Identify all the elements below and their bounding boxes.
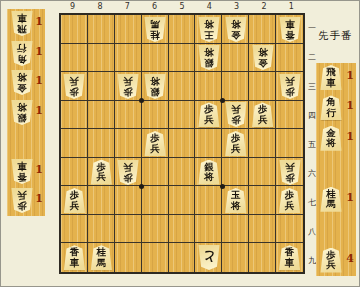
file-label: 3 xyxy=(223,2,250,12)
piece-kanji: 飛 xyxy=(326,67,336,78)
piece-kanji: 香 xyxy=(285,29,295,40)
file-label: 2 xyxy=(251,2,278,12)
piece-kanji: 兵 xyxy=(285,162,295,173)
hand-slot: 角行1 xyxy=(7,39,45,69)
piece-kanji: 馬 xyxy=(326,199,336,210)
hand-slot: 歩兵4 xyxy=(316,246,356,276)
captured-count: 1 xyxy=(35,45,43,58)
piece-3七[interactable]: 玉将 xyxy=(225,188,247,213)
captured-count: 1 xyxy=(346,191,354,204)
piece-kanji: 桂 xyxy=(150,29,160,40)
piece-kanji: 兵 xyxy=(97,172,107,183)
piece-8六[interactable]: 歩兵 xyxy=(90,160,112,185)
piece-kanji: 将 xyxy=(17,72,27,83)
piece-kanji: 兵 xyxy=(258,115,268,126)
piece-kanji: 馬 xyxy=(97,258,107,269)
piece-kanji: 将 xyxy=(258,47,268,58)
rank-label: 二 xyxy=(306,52,318,63)
captured-count: 1 xyxy=(346,99,354,112)
piece-飛車[interactable]: 飛車 xyxy=(320,65,342,90)
piece-kanji: 歩 xyxy=(123,86,133,97)
shogi-board: 桂馬王将金将香車銀将金将歩兵歩兵銀将歩兵歩兵歩兵歩兵歩兵歩兵歩兵歩兵銀将歩兵歩兵… xyxy=(59,13,305,274)
piece-kanji: 兵 xyxy=(285,201,295,212)
piece-4二[interactable]: 銀将 xyxy=(198,45,220,70)
star-point-icon xyxy=(220,98,225,103)
piece-kanji: 兵 xyxy=(231,144,241,155)
piece-kanji: 金 xyxy=(17,83,27,94)
file-label: 6 xyxy=(141,2,168,12)
piece-kanji: 兵 xyxy=(123,162,133,173)
captured-count: 1 xyxy=(35,74,43,87)
hand-slot: 桂馬1 xyxy=(316,185,356,215)
hand-slot: 銀将1 xyxy=(7,98,45,128)
piece-kanji: 車 xyxy=(285,258,295,269)
hand-slot: 飛車1 xyxy=(7,9,45,39)
piece-layer: 桂馬王将金将香車銀将金将歩兵歩兵銀将歩兵歩兵歩兵歩兵歩兵歩兵歩兵歩兵銀将歩兵歩兵… xyxy=(61,15,303,272)
piece-kanji: 将 xyxy=(204,172,214,183)
file-label: 7 xyxy=(114,2,141,12)
piece-2四[interactable]: 歩兵 xyxy=(252,102,274,127)
piece-kanji: 兵 xyxy=(285,76,295,87)
captured-count: 1 xyxy=(35,104,43,117)
piece-kanji: 兵 xyxy=(326,260,336,271)
piece-1六[interactable]: 歩兵 xyxy=(279,160,301,185)
piece-7六[interactable]: 歩兵 xyxy=(117,160,139,185)
piece-4九[interactable]: と xyxy=(198,245,220,270)
piece-3四[interactable]: 歩兵 xyxy=(225,102,247,127)
piece-kanji: 歩 xyxy=(17,201,27,212)
piece-kanji: 馬 xyxy=(150,19,160,30)
piece-kanji: 兵 xyxy=(204,115,214,126)
piece-kanji: 将 xyxy=(326,138,336,149)
piece-kanji: 行 xyxy=(17,43,27,54)
piece-kanji: 行 xyxy=(326,108,336,119)
piece-6五[interactable]: 歩兵 xyxy=(144,131,166,156)
piece-8九[interactable]: 桂馬 xyxy=(90,245,112,270)
piece-kanji: 兵 xyxy=(70,201,80,212)
piece-1一[interactable]: 香車 xyxy=(279,17,301,42)
piece-金将[interactable]: 金将 xyxy=(11,70,33,95)
sente-hand-tray: 飛車1角行1金将1桂馬1歩兵4 xyxy=(316,63,356,276)
piece-香車[interactable]: 香車 xyxy=(11,159,33,184)
piece-kanji: 将 xyxy=(17,102,27,113)
piece-kanji: 将 xyxy=(204,19,214,30)
file-label: 5 xyxy=(169,2,196,12)
captured-count: 1 xyxy=(346,69,354,82)
piece-kanji: 兵 xyxy=(70,76,80,87)
piece-kanji: 歩 xyxy=(285,172,295,183)
piece-7三[interactable]: 歩兵 xyxy=(117,74,139,99)
file-label: 8 xyxy=(87,2,114,12)
hand-slot: 金将1 xyxy=(316,124,356,154)
piece-9三[interactable]: 歩兵 xyxy=(63,74,85,99)
piece-kanji: 兵 xyxy=(150,144,160,155)
hand-slot: 歩兵1 xyxy=(7,186,45,216)
captured-count: 1 xyxy=(35,15,43,28)
gote-hand-tray: 飛車1角行1金将1銀将1香車1歩兵1 xyxy=(7,9,45,216)
piece-3一[interactable]: 金将 xyxy=(225,17,247,42)
piece-kanji: 歩 xyxy=(70,86,80,97)
turn-indicator: 先手番 xyxy=(318,29,353,43)
piece-kanji: 歩 xyxy=(285,86,295,97)
piece-kanji: 将 xyxy=(150,76,160,87)
hand-slot: 金将1 xyxy=(7,68,45,98)
piece-kanji: 歩 xyxy=(231,115,241,126)
shogi-app: 飛車1角行1金将1銀将1香車1歩兵1 987654321 桂馬王将金将香車銀将金… xyxy=(0,0,360,287)
piece-kanji: 金 xyxy=(258,58,268,69)
piece-kanji: 金 xyxy=(231,29,241,40)
piece-kanji: 車 xyxy=(17,161,27,172)
piece-銀将[interactable]: 銀将 xyxy=(11,100,33,125)
piece-kanji: と xyxy=(202,250,215,266)
captured-count: 1 xyxy=(35,163,43,176)
piece-kanji: 兵 xyxy=(123,76,133,87)
piece-kanji: 兵 xyxy=(231,104,241,115)
piece-歩兵[interactable]: 歩兵 xyxy=(320,248,342,273)
star-point-icon xyxy=(139,184,144,189)
piece-9七[interactable]: 歩兵 xyxy=(63,188,85,213)
captured-count: 4 xyxy=(346,252,354,265)
piece-金将[interactable]: 金将 xyxy=(320,126,342,151)
captured-count: 1 xyxy=(346,130,354,143)
hand-slot: 角行1 xyxy=(316,93,356,123)
piece-kanji: 将 xyxy=(204,47,214,58)
piece-kanji: 車 xyxy=(17,13,27,24)
star-point-icon xyxy=(220,184,225,189)
piece-3五[interactable]: 歩兵 xyxy=(225,131,247,156)
piece-kanji: 角 xyxy=(17,53,27,64)
piece-kanji: 香 xyxy=(17,171,27,182)
file-label: 1 xyxy=(278,2,305,12)
piece-kanji: 銀 xyxy=(17,112,27,123)
piece-9九[interactable]: 香車 xyxy=(63,245,85,270)
rank-label: 一 xyxy=(306,23,318,34)
piece-1九[interactable]: 香車 xyxy=(279,245,301,270)
piece-kanji: 飛 xyxy=(17,24,27,35)
piece-飛車[interactable]: 飛車 xyxy=(11,11,33,36)
piece-4一[interactable]: 王将 xyxy=(198,17,220,42)
piece-kanji: 車 xyxy=(285,19,295,30)
piece-1三[interactable]: 歩兵 xyxy=(279,74,301,99)
piece-kanji: 王 xyxy=(204,29,214,40)
piece-4六[interactable]: 銀将 xyxy=(198,160,220,185)
piece-4四[interactable]: 歩兵 xyxy=(198,102,220,127)
piece-角行[interactable]: 角行 xyxy=(11,41,33,66)
piece-6一[interactable]: 桂馬 xyxy=(144,17,166,42)
piece-kanji: 銀 xyxy=(204,58,214,69)
piece-6三[interactable]: 銀将 xyxy=(144,74,166,99)
piece-角行[interactable]: 角行 xyxy=(320,95,342,120)
piece-kanji: 歩 xyxy=(123,172,133,183)
hand-slot: 香車1 xyxy=(7,157,45,187)
piece-歩兵[interactable]: 歩兵 xyxy=(11,188,33,213)
piece-kanji: 車 xyxy=(70,258,80,269)
file-labels: 987654321 xyxy=(59,2,305,12)
hand-slot: 飛車1 xyxy=(316,63,356,93)
piece-1七[interactable]: 歩兵 xyxy=(279,188,301,213)
file-label: 4 xyxy=(196,2,223,12)
piece-kanji: 将 xyxy=(231,19,241,30)
file-label: 9 xyxy=(59,2,86,12)
piece-kanji: 銀 xyxy=(150,86,160,97)
piece-kanji: 兵 xyxy=(17,190,27,201)
piece-kanji: 将 xyxy=(231,201,241,212)
piece-桂馬[interactable]: 桂馬 xyxy=(320,187,342,212)
piece-kanji: 歩 xyxy=(150,133,160,144)
piece-2二[interactable]: 金将 xyxy=(252,45,274,70)
piece-kanji: 歩 xyxy=(231,133,241,144)
captured-count: 1 xyxy=(35,192,43,205)
piece-kanji: 車 xyxy=(326,78,336,89)
